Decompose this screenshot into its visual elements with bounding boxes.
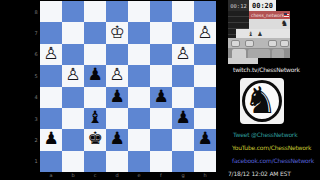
tab-1[interactable]: [232, 49, 246, 58]
square-g7[interactable]: [172, 22, 194, 43]
square-b1[interactable]: [62, 151, 84, 172]
square-d1[interactable]: [106, 151, 128, 172]
square-b8[interactable]: [62, 1, 84, 22]
square-c4[interactable]: [84, 87, 106, 108]
piece-black-bishop-c3[interactable]: ♝: [87, 109, 102, 126]
square-g6[interactable]: ♙: [172, 44, 194, 65]
piece-black-pawn-h2[interactable]: ♟: [197, 130, 212, 147]
square-b4[interactable]: [62, 87, 84, 108]
toolbar: [228, 38, 290, 48]
square-c2[interactable]: ♚: [84, 129, 106, 150]
piece-black-pawn-c5[interactable]: ♟: [87, 66, 102, 83]
video-frame: 87654321 ♔♙♙♙♙♟♙♟♟♝♟♟♚♟♟ abcdefgh 00:12 …: [0, 0, 320, 180]
file-label-b: b: [62, 172, 84, 179]
toolbar-button-1[interactable]: [231, 40, 240, 47]
file-label-d: d: [106, 172, 128, 179]
square-f3[interactable]: [150, 108, 172, 129]
square-f7[interactable]: [150, 22, 172, 43]
file-label-f: f: [150, 172, 172, 179]
square-b2[interactable]: [62, 129, 84, 150]
square-e8[interactable]: [128, 1, 150, 22]
rank-label-2: 2: [33, 129, 39, 150]
panel-stub: [228, 58, 258, 64]
piece-black-pawn-g3[interactable]: ♟: [175, 109, 190, 126]
file-label-e: e: [128, 172, 150, 179]
piece-black-king-c2[interactable]: ♚: [87, 130, 102, 147]
board: ♔♙♙♙♙♟♙♟♟♝♟♟♚♟♟: [40, 1, 216, 172]
square-d6[interactable]: [106, 44, 128, 65]
square-f5[interactable]: [150, 65, 172, 86]
square-e4[interactable]: [128, 87, 150, 108]
square-b7[interactable]: [62, 22, 84, 43]
square-e2[interactable]: [128, 129, 150, 150]
timestamp: 7/18/12 12:02 AM EST: [228, 170, 291, 177]
square-d4[interactable]: ♟: [106, 87, 128, 108]
toolbar-button-4[interactable]: [280, 40, 289, 47]
square-a4[interactable]: [40, 87, 62, 108]
chessnetwork-logo: ♞: [240, 78, 284, 124]
rank-label-6: 6: [33, 44, 39, 65]
square-f1[interactable]: [150, 151, 172, 172]
rank-label-4: 4: [33, 87, 39, 108]
piece-white-king-d7[interactable]: ♔: [109, 24, 124, 41]
file-label-a: a: [40, 172, 62, 179]
square-h3[interactable]: [194, 108, 216, 129]
facebook-link-text: facebook.com/ChessNetwork: [232, 157, 314, 164]
square-a2[interactable]: ♟: [40, 129, 62, 150]
square-g1[interactable]: [172, 151, 194, 172]
player-name: chess_network: [249, 13, 284, 18]
piece-white-pawn-h7[interactable]: ♙: [197, 24, 212, 41]
sidebar: 00:12 00:20 chess_network ♞ ♝ ♟ twitch.t…: [228, 0, 290, 180]
square-c3[interactable]: ♝: [84, 108, 106, 129]
square-h6[interactable]: [194, 44, 216, 65]
piece-black-pawn-d2[interactable]: ♟: [109, 130, 124, 147]
square-g2[interactable]: [172, 129, 194, 150]
toolbar-button-2[interactable]: [245, 40, 254, 47]
square-a6[interactable]: ♙: [40, 44, 62, 65]
square-h1[interactable]: [194, 151, 216, 172]
piece-white-pawn-b5[interactable]: ♙: [65, 66, 80, 83]
square-f2[interactable]: [150, 129, 172, 150]
piece-black-pawn-f4[interactable]: ♟: [153, 88, 168, 105]
square-a1[interactable]: [40, 151, 62, 172]
rank-labels: 87654321: [33, 1, 39, 172]
rank-label-3: 3: [33, 108, 39, 129]
square-d3[interactable]: [106, 108, 128, 129]
square-e7[interactable]: [128, 22, 150, 43]
square-c6[interactable]: [84, 44, 106, 65]
clock-left: 00:12: [228, 0, 249, 11]
tab-strip: [228, 48, 290, 58]
square-e5[interactable]: [128, 65, 150, 86]
square-f4[interactable]: ♟: [150, 87, 172, 108]
rank-label-5: 5: [33, 65, 39, 86]
captured-pieces: ♝ ♟: [248, 31, 264, 37]
captured-pieces-row: ♝ ♟: [236, 29, 290, 38]
square-d2[interactable]: ♟: [106, 129, 128, 150]
square-d7[interactable]: ♔: [106, 22, 128, 43]
logo-circle: ♞: [242, 80, 282, 122]
square-f6[interactable]: [150, 44, 172, 65]
player-name-bar: chess_network: [249, 11, 290, 19]
square-f8[interactable]: [150, 1, 172, 22]
square-h8[interactable]: [194, 1, 216, 22]
square-h7[interactable]: ♙: [194, 22, 216, 43]
youtube-link-text: YouTube.com/ChessNetwork: [232, 144, 311, 151]
square-a5[interactable]: [40, 65, 62, 86]
us-flag-icon: [284, 13, 289, 18]
file-label-g: g: [172, 172, 194, 179]
twitter-link-text: Tweet @ChessNetwork: [233, 131, 297, 138]
square-c8[interactable]: [84, 1, 106, 22]
piece-black-pawn-a2[interactable]: ♟: [43, 130, 58, 147]
square-e3[interactable]: [128, 108, 150, 129]
tab-2[interactable]: [248, 49, 270, 58]
toolbar-button-3[interactable]: [268, 40, 277, 47]
piece-white-pawn-d5[interactable]: ♙: [109, 66, 124, 83]
square-h5[interactable]: [194, 65, 216, 86]
square-h4[interactable]: [194, 87, 216, 108]
square-g3[interactable]: ♟: [172, 108, 194, 129]
rank-label-1: 1: [33, 151, 39, 172]
square-c7[interactable]: [84, 22, 106, 43]
square-g5[interactable]: [172, 65, 194, 86]
square-g8[interactable]: [172, 1, 194, 22]
piece-white-pawn-g6[interactable]: ♙: [175, 45, 190, 62]
square-a7[interactable]: [40, 22, 62, 43]
square-b5[interactable]: ♙: [62, 65, 84, 86]
clock-right-active: 00:20: [249, 0, 276, 11]
square-a8[interactable]: [40, 1, 62, 22]
twitch-link-text: twitch.tv/ChessNetwork: [233, 66, 300, 73]
square-e6[interactable]: [128, 44, 150, 65]
rank-label-7: 7: [33, 22, 39, 43]
square-h2[interactable]: ♟: [194, 129, 216, 150]
knight-mini-icon: ♞: [281, 20, 288, 28]
square-a3[interactable]: [40, 108, 62, 129]
piece-black-pawn-d4[interactable]: ♟: [109, 88, 124, 105]
file-label-h: h: [194, 172, 216, 179]
square-b3[interactable]: [62, 108, 84, 129]
rank-label-8: 8: [33, 1, 39, 22]
square-e1[interactable]: [128, 151, 150, 172]
square-d8[interactable]: [106, 1, 128, 22]
square-c1[interactable]: [84, 151, 106, 172]
tab-3[interactable]: [272, 49, 284, 58]
square-b6[interactable]: [62, 44, 84, 65]
square-d5[interactable]: ♙: [106, 65, 128, 86]
file-labels: abcdefgh: [40, 172, 216, 179]
piece-white-pawn-a6[interactable]: ♙: [43, 45, 58, 62]
square-c5[interactable]: ♟: [84, 65, 106, 86]
knight-logo-icon: ♞: [244, 82, 277, 119]
square-g4[interactable]: [172, 87, 194, 108]
player-info-row: ♞: [249, 19, 290, 29]
file-label-c: c: [84, 172, 106, 179]
